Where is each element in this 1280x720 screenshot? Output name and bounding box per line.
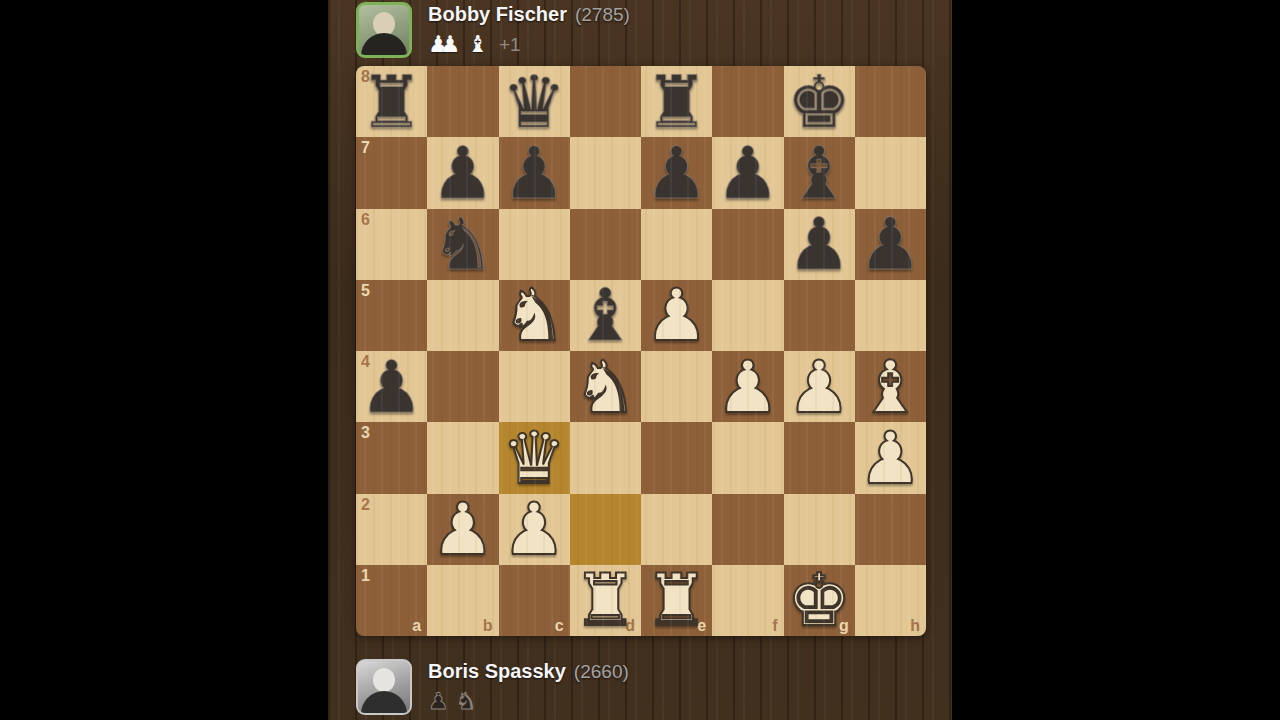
player-details-bottom: Boris Spassky (2660) ♟♞ xyxy=(428,659,629,715)
piece-black-pawn: ♟ xyxy=(431,138,496,208)
file-label-a: a xyxy=(412,618,421,634)
rank-label-2: 2 xyxy=(361,497,370,513)
square-g2[interactable] xyxy=(784,494,855,565)
player-details-top: Bobby Fischer (2785) ♟♟♝ +1 xyxy=(428,2,630,58)
square-c2[interactable]: ♟ xyxy=(499,494,570,565)
chess-board[interactable]: 8♜♛♜♚7♟♟♟♟♝6♞♟♟5♞♝♟4♟♞♟♟♝3♛♟2♟♟1abcd♜e♜f… xyxy=(356,66,926,636)
square-h3[interactable]: ♟ xyxy=(855,422,926,493)
square-f6[interactable] xyxy=(712,209,783,280)
square-d5[interactable]: ♝ xyxy=(570,280,641,351)
player-photo-top xyxy=(356,2,412,58)
square-h8[interactable] xyxy=(855,66,926,137)
square-g5[interactable] xyxy=(784,280,855,351)
square-b8[interactable] xyxy=(427,66,498,137)
piece-white-pawn: ♟ xyxy=(716,352,781,422)
piece-white-pawn: ♟ xyxy=(644,280,709,350)
square-b5[interactable] xyxy=(427,280,498,351)
square-b2[interactable]: ♟ xyxy=(427,494,498,565)
square-c8[interactable]: ♛ xyxy=(499,66,570,137)
chess-app-background: Bobby Fischer (2785) ♟♟♝ +1 8♜♛♜♚7♟♟♟♟♝6… xyxy=(328,0,952,720)
piece-white-bishop: ♝ xyxy=(858,352,923,422)
captured-knight-icon: ♞ xyxy=(456,688,477,714)
rank-label-6: 6 xyxy=(361,212,370,228)
piece-black-pawn: ♟ xyxy=(787,209,852,279)
rank-label-3: 3 xyxy=(361,425,370,441)
player-name-top: Bobby Fischer xyxy=(428,3,567,26)
square-d8[interactable] xyxy=(570,66,641,137)
square-h6[interactable]: ♟ xyxy=(855,209,926,280)
square-h7[interactable] xyxy=(855,137,926,208)
piece-white-king: ♚ xyxy=(787,565,852,635)
piece-white-pawn: ♟ xyxy=(502,494,567,564)
player-rating-top: (2785) xyxy=(575,4,630,26)
square-b1[interactable]: b xyxy=(427,565,498,636)
file-label-b: b xyxy=(483,618,493,634)
player-name-bottom: Boris Spassky xyxy=(428,660,566,683)
avatar-torso-shape xyxy=(361,691,407,715)
square-c4[interactable] xyxy=(499,351,570,422)
avatar-torso-shape xyxy=(361,33,407,58)
piece-black-pawn: ♟ xyxy=(502,138,567,208)
square-h5[interactable] xyxy=(855,280,926,351)
square-e6[interactable] xyxy=(641,209,712,280)
square-f1[interactable]: f xyxy=(712,565,783,636)
square-d4[interactable]: ♞ xyxy=(570,351,641,422)
square-d7[interactable] xyxy=(570,137,641,208)
square-f5[interactable] xyxy=(712,280,783,351)
square-b7[interactable]: ♟ xyxy=(427,137,498,208)
captured-pieces-tray-top: ♟♟♝ xyxy=(428,33,488,56)
piece-black-bishop: ♝ xyxy=(573,280,638,350)
piece-white-knight: ♞ xyxy=(573,352,638,422)
piece-black-rook: ♜ xyxy=(644,67,709,137)
square-f4[interactable]: ♟ xyxy=(712,351,783,422)
square-e4[interactable] xyxy=(641,351,712,422)
piece-black-pawn: ♟ xyxy=(359,352,424,422)
rank-label-5: 5 xyxy=(361,283,370,299)
square-e1[interactable]: e♜ xyxy=(641,565,712,636)
square-e5[interactable]: ♟ xyxy=(641,280,712,351)
square-e8[interactable]: ♜ xyxy=(641,66,712,137)
square-b6[interactable]: ♞ xyxy=(427,209,498,280)
avatar-head-shape xyxy=(373,668,395,692)
square-e3[interactable] xyxy=(641,422,712,493)
piece-white-knight: ♞ xyxy=(502,280,567,350)
piece-black-queen: ♛ xyxy=(502,67,567,137)
captured-bishop-icon: ♝ xyxy=(467,31,488,57)
square-a2[interactable]: 2 xyxy=(356,494,427,565)
piece-white-rook: ♜ xyxy=(573,565,638,635)
square-f2[interactable] xyxy=(712,494,783,565)
player-info-top: Bobby Fischer (2785) ♟♟♝ +1 xyxy=(356,2,630,58)
square-f3[interactable] xyxy=(712,422,783,493)
square-d1[interactable]: d♜ xyxy=(570,565,641,636)
letterbox-left xyxy=(0,0,328,720)
piece-white-pawn: ♟ xyxy=(431,494,496,564)
captured-pawn-icon: ♟ xyxy=(428,688,449,714)
square-e2[interactable] xyxy=(641,494,712,565)
piece-white-queen: ♛ xyxy=(502,423,567,493)
piece-black-bishop: ♝ xyxy=(787,138,852,208)
square-f8[interactable] xyxy=(712,66,783,137)
square-h4[interactable]: ♝ xyxy=(855,351,926,422)
square-c5[interactable]: ♞ xyxy=(499,280,570,351)
piece-black-pawn: ♟ xyxy=(644,138,709,208)
square-a1[interactable]: 1a xyxy=(356,565,427,636)
file-label-c: c xyxy=(555,618,564,634)
piece-white-pawn: ♟ xyxy=(787,352,852,422)
square-c3[interactable]: ♛ xyxy=(499,422,570,493)
player-rating-bottom: (2660) xyxy=(574,661,629,683)
square-a4[interactable]: 4♟ xyxy=(356,351,427,422)
square-a7[interactable]: 7 xyxy=(356,137,427,208)
square-f7[interactable]: ♟ xyxy=(712,137,783,208)
piece-black-pawn: ♟ xyxy=(716,138,781,208)
square-a8[interactable]: 8♜ xyxy=(356,66,427,137)
file-label-h: h xyxy=(910,618,920,634)
square-c7[interactable]: ♟ xyxy=(499,137,570,208)
square-h1[interactable]: h xyxy=(855,565,926,636)
square-g6[interactable]: ♟ xyxy=(784,209,855,280)
square-c6[interactable] xyxy=(499,209,570,280)
square-g4[interactable]: ♟ xyxy=(784,351,855,422)
square-g8[interactable]: ♚ xyxy=(784,66,855,137)
piece-white-pawn: ♟ xyxy=(858,423,923,493)
square-d6[interactable] xyxy=(570,209,641,280)
captured-pieces-tray-bottom: ♟♞ xyxy=(428,690,476,713)
square-c1[interactable]: c xyxy=(499,565,570,636)
piece-black-pawn: ♟ xyxy=(858,209,923,279)
square-e7[interactable]: ♟ xyxy=(641,137,712,208)
square-d2[interactable] xyxy=(570,494,641,565)
square-a3[interactable]: 3 xyxy=(356,422,427,493)
piece-black-rook: ♜ xyxy=(359,67,424,137)
file-label-f: f xyxy=(772,618,777,634)
captured-pawn-icon: ♟ xyxy=(440,31,461,57)
square-g1[interactable]: g♚ xyxy=(784,565,855,636)
video-frame: Bobby Fischer (2785) ♟♟♝ +1 8♜♛♜♚7♟♟♟♟♝6… xyxy=(0,0,1280,720)
square-b3[interactable] xyxy=(427,422,498,493)
square-d3[interactable] xyxy=(570,422,641,493)
square-a5[interactable]: 5 xyxy=(356,280,427,351)
rank-label-1: 1 xyxy=(361,568,370,584)
piece-white-rook: ♜ xyxy=(644,565,709,635)
material-advantage-top: +1 xyxy=(499,34,521,56)
letterbox-right xyxy=(952,0,1280,720)
rank-label-7: 7 xyxy=(361,140,370,156)
piece-black-king: ♚ xyxy=(787,67,852,137)
square-g3[interactable] xyxy=(784,422,855,493)
square-b4[interactable] xyxy=(427,351,498,422)
square-g7[interactable]: ♝ xyxy=(784,137,855,208)
square-a6[interactable]: 6 xyxy=(356,209,427,280)
square-h2[interactable] xyxy=(855,494,926,565)
piece-black-knight: ♞ xyxy=(431,209,496,279)
player-info-bottom: Boris Spassky (2660) ♟♞ xyxy=(356,659,629,715)
player-photo-bottom xyxy=(356,659,412,715)
